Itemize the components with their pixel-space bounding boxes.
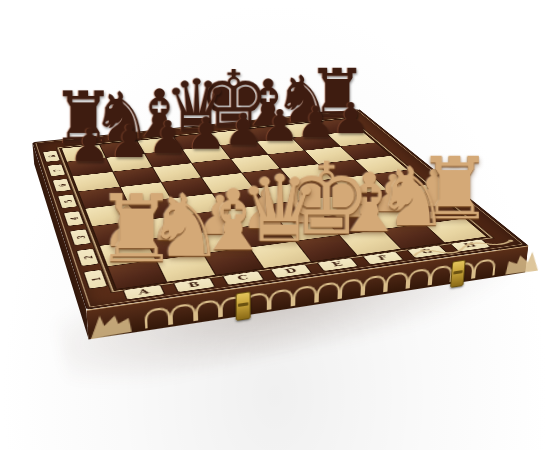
- rank-label-7: 7: [48, 164, 65, 176]
- arch-ornament: [195, 299, 220, 321]
- arch-ornament: [473, 258, 496, 278]
- arch-ornament: [340, 278, 364, 299]
- arch-ornament: [170, 303, 196, 325]
- arch-ornament: [269, 288, 293, 310]
- arch-ornament: [408, 268, 431, 289]
- arch-ornament: [385, 271, 409, 292]
- arch-ornament: [316, 281, 340, 302]
- brass-clasp: [450, 260, 466, 288]
- rank-label-2: 2: [77, 249, 99, 266]
- arch-ornament: [144, 306, 170, 328]
- arch-ornament: [363, 274, 387, 295]
- scene: ABCDEFGH 12345678: [0, 0, 550, 450]
- rank-label-8: 8: [43, 151, 60, 162]
- rank-label-4: 4: [64, 211, 84, 226]
- arch-ornament: [293, 285, 317, 306]
- rank-label-1: 1: [84, 270, 107, 289]
- brass-clasp: [235, 291, 250, 321]
